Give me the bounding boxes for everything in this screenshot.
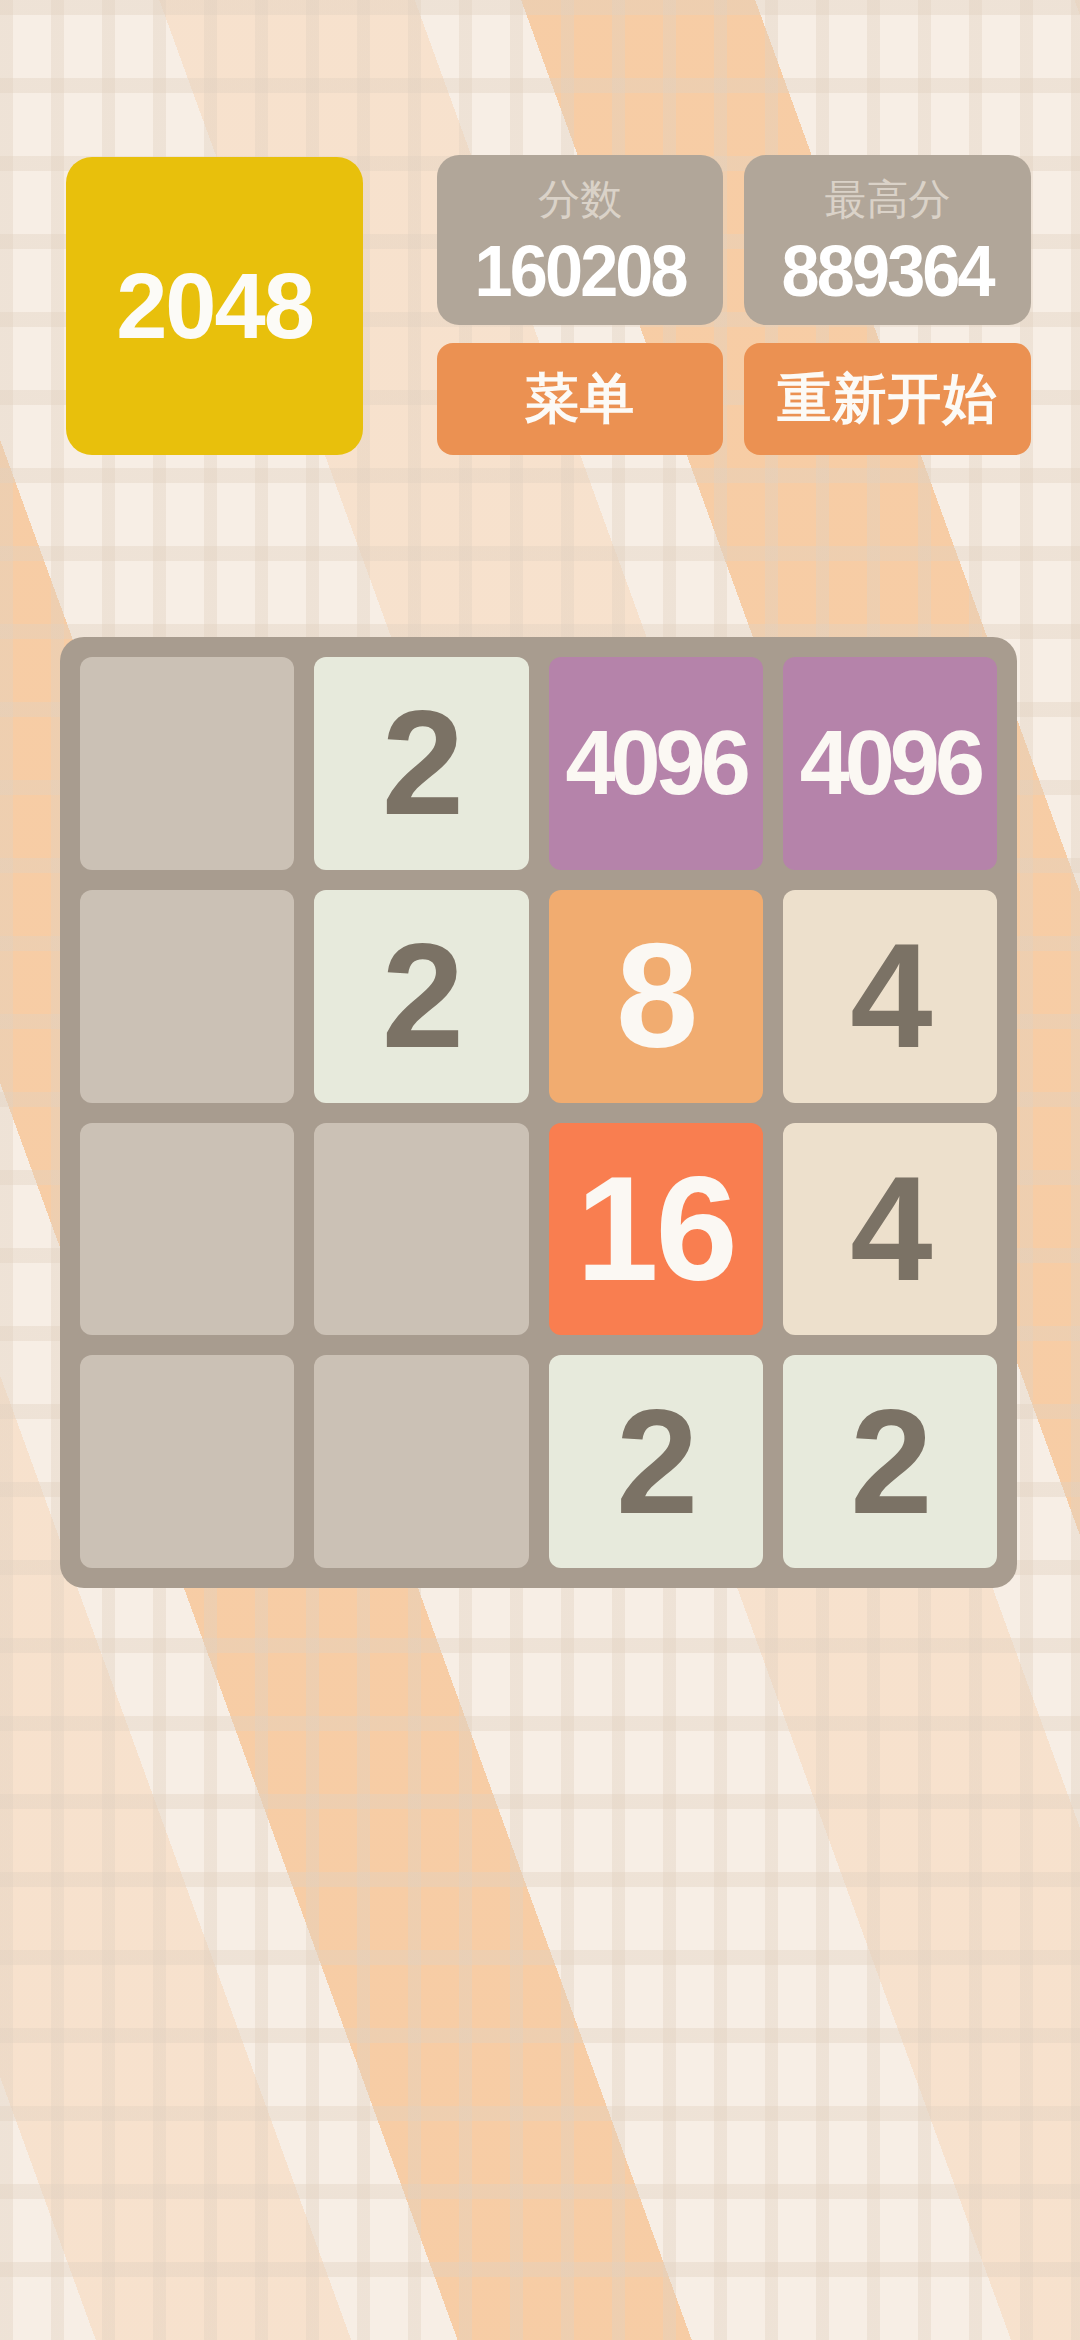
app-logo: 2048 [66,157,363,455]
tile-2: 2 [314,657,528,870]
score-label: 分数 [538,171,622,229]
tile-8: 8 [549,890,763,1103]
best-score-label: 最高分 [825,171,951,229]
tile-16: 16 [549,1123,763,1336]
empty-cell [80,1355,294,1568]
empty-cell [80,890,294,1103]
empty-cell [314,1123,528,1336]
tile-2: 2 [314,890,528,1103]
tile-2: 2 [549,1355,763,1568]
game-board[interactable]: 24096409628416422 [60,637,1017,1588]
restart-button[interactable]: 重新开始 [744,343,1031,455]
menu-button[interactable]: 菜单 [437,343,723,455]
score-box: 分数 160208 [437,155,723,325]
empty-cell [314,1355,528,1568]
tile-4: 4 [783,1123,997,1336]
best-score-box: 最高分 889364 [744,155,1031,325]
empty-cell [80,1123,294,1336]
score-value: 160208 [474,229,685,313]
logo-text: 2048 [116,254,313,359]
game-screen: 2048 分数 160208 最高分 889364 菜单 重新开始 240964… [0,0,1080,2340]
tile-4096: 4096 [549,657,763,870]
tile-4096: 4096 [783,657,997,870]
tile-2: 2 [783,1355,997,1568]
tile-4: 4 [783,890,997,1103]
empty-cell [80,657,294,870]
best-score-value: 889364 [782,229,993,313]
